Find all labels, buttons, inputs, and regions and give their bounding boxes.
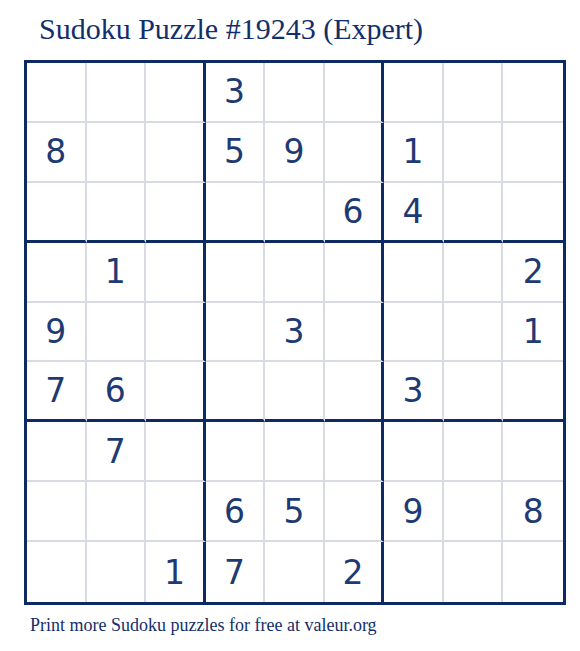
cell-r2c6[interactable]: [325, 123, 385, 183]
cell-r4c8[interactable]: [444, 243, 504, 303]
cell-r9c3: 1: [146, 542, 206, 602]
cell-r1c5[interactable]: [265, 63, 325, 123]
cell-r2c1: 8: [27, 123, 87, 183]
cell-r6c2: 6: [87, 362, 147, 422]
cell-r6c9[interactable]: [503, 362, 563, 422]
cell-r8c3[interactable]: [146, 482, 206, 542]
cell-r4c5[interactable]: [265, 243, 325, 303]
cell-r2c4: 5: [206, 123, 266, 183]
cell-r3c4[interactable]: [206, 183, 266, 243]
cell-r7c8[interactable]: [444, 422, 504, 482]
cell-r3c5[interactable]: [265, 183, 325, 243]
cell-r3c7: 4: [384, 183, 444, 243]
cell-r5c6[interactable]: [325, 303, 385, 363]
cell-r2c2[interactable]: [87, 123, 147, 183]
cell-r3c3[interactable]: [146, 183, 206, 243]
cell-r8c6[interactable]: [325, 482, 385, 542]
cell-r9c8[interactable]: [444, 542, 504, 602]
cell-r1c4: 3: [206, 63, 266, 123]
cell-r5c4[interactable]: [206, 303, 266, 363]
cell-r6c1: 7: [27, 362, 87, 422]
cell-r1c7[interactable]: [384, 63, 444, 123]
cell-r4c3[interactable]: [146, 243, 206, 303]
puzzle-title: Sudoku Puzzle #19243 (Expert): [39, 12, 423, 46]
cell-r4c6[interactable]: [325, 243, 385, 303]
cell-r5c8[interactable]: [444, 303, 504, 363]
cell-r7c2: 7: [87, 422, 147, 482]
cell-r8c2[interactable]: [87, 482, 147, 542]
cell-r3c2[interactable]: [87, 183, 147, 243]
cell-r9c4: 7: [206, 542, 266, 602]
cell-r5c5: 3: [265, 303, 325, 363]
cell-r6c7: 3: [384, 362, 444, 422]
cell-r6c6[interactable]: [325, 362, 385, 422]
cell-r7c3[interactable]: [146, 422, 206, 482]
cell-r6c4[interactable]: [206, 362, 266, 422]
cell-r9c6: 2: [325, 542, 385, 602]
cell-r7c7[interactable]: [384, 422, 444, 482]
cell-r4c9: 2: [503, 243, 563, 303]
cell-r2c5: 9: [265, 123, 325, 183]
cell-r5c9: 1: [503, 303, 563, 363]
cell-r9c7[interactable]: [384, 542, 444, 602]
cell-r6c8[interactable]: [444, 362, 504, 422]
cell-r7c9[interactable]: [503, 422, 563, 482]
cell-r4c2: 1: [87, 243, 147, 303]
cell-r8c4: 6: [206, 482, 266, 542]
cell-r1c9[interactable]: [503, 63, 563, 123]
cell-r3c6: 6: [325, 183, 385, 243]
cell-r9c9[interactable]: [503, 542, 563, 602]
cell-r2c3[interactable]: [146, 123, 206, 183]
cell-r8c5: 5: [265, 482, 325, 542]
cell-r1c8[interactable]: [444, 63, 504, 123]
cell-r3c1[interactable]: [27, 183, 87, 243]
cell-r6c3[interactable]: [146, 362, 206, 422]
cell-r5c3[interactable]: [146, 303, 206, 363]
cell-r6c5[interactable]: [265, 362, 325, 422]
cell-r8c8[interactable]: [444, 482, 504, 542]
cell-r2c7: 1: [384, 123, 444, 183]
cell-r2c9[interactable]: [503, 123, 563, 183]
cell-r8c9: 8: [503, 482, 563, 542]
cell-r3c9[interactable]: [503, 183, 563, 243]
cell-r1c6[interactable]: [325, 63, 385, 123]
sudoku-grid: 38591641293176376598172: [24, 60, 566, 605]
cell-r4c1[interactable]: [27, 243, 87, 303]
cell-r5c1: 9: [27, 303, 87, 363]
footer-credit: Print more Sudoku puzzles for free at va…: [30, 615, 377, 636]
cell-r7c6[interactable]: [325, 422, 385, 482]
cell-r1c2[interactable]: [87, 63, 147, 123]
cell-r7c5[interactable]: [265, 422, 325, 482]
cell-r8c1[interactable]: [27, 482, 87, 542]
cell-r3c8[interactable]: [444, 183, 504, 243]
cell-r2c8[interactable]: [444, 123, 504, 183]
cell-r9c2[interactable]: [87, 542, 147, 602]
cell-r5c2[interactable]: [87, 303, 147, 363]
cell-r9c1[interactable]: [27, 542, 87, 602]
cell-r4c7[interactable]: [384, 243, 444, 303]
cell-r7c1[interactable]: [27, 422, 87, 482]
cell-r1c3[interactable]: [146, 63, 206, 123]
cell-r7c4[interactable]: [206, 422, 266, 482]
cell-r8c7: 9: [384, 482, 444, 542]
cell-r9c5[interactable]: [265, 542, 325, 602]
cell-r4c4[interactable]: [206, 243, 266, 303]
cell-r5c7[interactable]: [384, 303, 444, 363]
cell-r1c1[interactable]: [27, 63, 87, 123]
